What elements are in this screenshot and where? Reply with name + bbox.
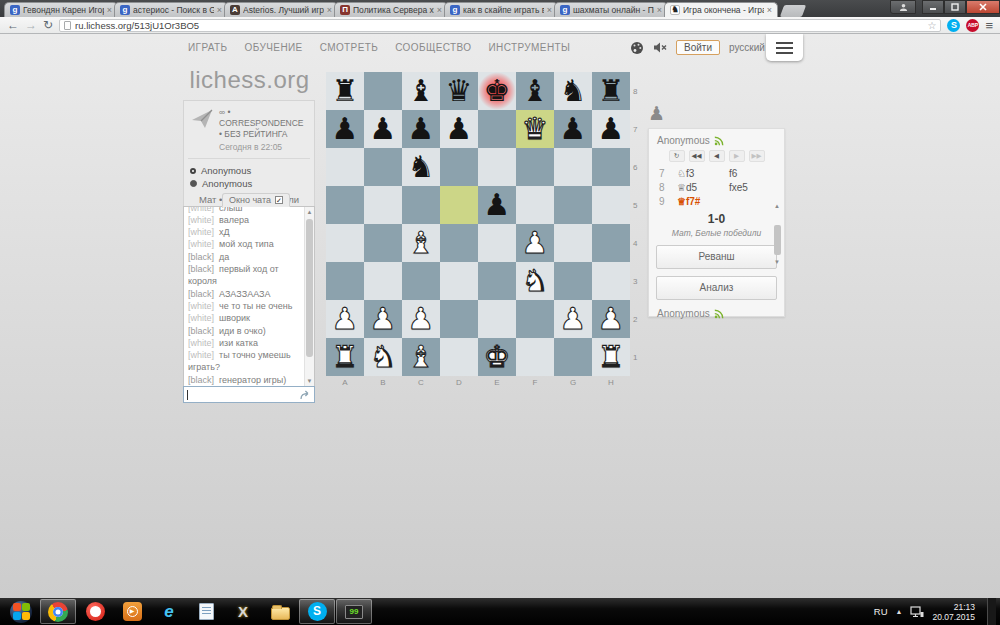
forum-favicon-icon: П bbox=[340, 5, 350, 15]
file-label: A bbox=[326, 378, 364, 387]
square-b5[interactable] bbox=[364, 186, 402, 224]
text-caret bbox=[187, 390, 188, 400]
square-f7[interactable]: ♛ bbox=[516, 110, 554, 148]
square-a6[interactable] bbox=[326, 148, 364, 186]
move-white[interactable]: ♕f7# bbox=[677, 196, 729, 207]
square-g5[interactable] bbox=[554, 186, 592, 224]
square-c5[interactable] bbox=[402, 186, 440, 224]
tab-strip: gГевондян Карен Игорев×gастериос - Поиск… bbox=[4, 2, 870, 17]
player-bottom-name[interactable]: Anonymous bbox=[657, 308, 710, 319]
white-piece-b2[interactable]: ♟ bbox=[364, 300, 402, 338]
square-c4[interactable]: ♝ bbox=[402, 224, 440, 262]
square-f8[interactable]: ♝ bbox=[516, 72, 554, 110]
square-f2[interactable] bbox=[516, 300, 554, 338]
browser-menu-icon[interactable]: ≡ bbox=[985, 19, 993, 32]
square-g8[interactable]: ♞ bbox=[554, 72, 592, 110]
chrome-taskbar-icon[interactable] bbox=[40, 599, 76, 624]
black-piece-g7[interactable]: ♟ bbox=[554, 110, 592, 148]
chat-window-tab[interactable]: Окно чата ✓ bbox=[222, 193, 290, 207]
tab-close-icon[interactable]: × bbox=[767, 6, 772, 15]
player-name[interactable]: Anonymous bbox=[202, 177, 252, 190]
player-top-name[interactable]: Anonymous bbox=[657, 135, 710, 146]
next-icon: ▶ bbox=[729, 150, 745, 162]
square-b2[interactable]: ♟ bbox=[364, 300, 402, 338]
player-row: Anonymous bbox=[190, 177, 308, 190]
chat-message: [white] мой ход типа bbox=[188, 238, 302, 250]
login-button[interactable]: Войти bbox=[676, 40, 720, 55]
square-e2[interactable] bbox=[478, 300, 516, 338]
rank-label: 4 bbox=[633, 224, 637, 262]
browser-toolbar: ← → ↻ ru.lichess.org/513jU1Or3BO5 ☆ S AB… bbox=[0, 17, 1000, 34]
square-d3[interactable] bbox=[440, 262, 478, 300]
tab-close-icon[interactable]: × bbox=[547, 6, 552, 15]
start-taskbar-icon[interactable] bbox=[3, 599, 39, 624]
square-h4[interactable] bbox=[592, 224, 630, 262]
file-label: G bbox=[554, 378, 592, 387]
flip-icon[interactable]: ↻ bbox=[669, 150, 685, 162]
back-icon[interactable]: ← bbox=[7, 19, 19, 31]
chat-message: [white] шворик bbox=[188, 312, 302, 324]
restore-icon[interactable] bbox=[944, 0, 966, 14]
skype-taskbar-icon[interactable]: S bbox=[299, 599, 335, 624]
white-piece-a2[interactable]: ♟ bbox=[326, 300, 364, 338]
square-c1[interactable]: ♝ bbox=[402, 338, 440, 376]
file-labels: ABCDEFGH bbox=[326, 378, 630, 387]
rematch-button[interactable]: Реванш bbox=[656, 245, 777, 269]
black-piece-f8[interactable]: ♝ bbox=[516, 72, 554, 110]
rank-label: 2 bbox=[633, 300, 637, 338]
google-favicon-icon: g bbox=[450, 5, 460, 15]
black-piece-h7[interactable]: ♟ bbox=[592, 110, 630, 148]
move-number: 9 bbox=[659, 196, 677, 207]
tab-title: астериос - Поиск в Goog bbox=[133, 5, 214, 15]
mediaget-taskbar-icon[interactable]: ▶ bbox=[114, 599, 150, 624]
browser-titlebar: gГевондян Карен Игорев×gастериос - Поиск… bbox=[0, 0, 1000, 17]
square-a8[interactable]: ♜ bbox=[326, 72, 364, 110]
square-f5[interactable] bbox=[516, 186, 554, 224]
black-player-pawn-icon: ♟ bbox=[648, 102, 665, 124]
white-piece-f4[interactable]: ♟ bbox=[516, 224, 554, 262]
chat-message: [white] изи катка bbox=[188, 337, 302, 349]
tab-title: Игра окончена - Играть bbox=[683, 5, 764, 15]
tray-date: 20.07.2015 bbox=[932, 612, 975, 622]
reload-icon[interactable]: ↻ bbox=[43, 19, 53, 31]
chat-message: [white] хД bbox=[188, 226, 302, 238]
square-f4[interactable]: ♟ bbox=[516, 224, 554, 262]
google-favicon-icon: g bbox=[120, 5, 130, 15]
chat-message: [black] иди в очко) bbox=[188, 325, 302, 337]
square-g7[interactable]: ♟ bbox=[554, 110, 592, 148]
chat-message-list: [black] але[white] слыш[white] валера[wh… bbox=[188, 207, 302, 386]
white-piece-h1[interactable]: ♜ bbox=[592, 338, 630, 376]
tab-close-icon[interactable]: × bbox=[217, 6, 222, 15]
square-e1[interactable]: ♚ bbox=[478, 338, 516, 376]
ie-taskbar-icon[interactable]: e bbox=[151, 599, 187, 624]
black-piece-c7[interactable]: ♟ bbox=[402, 110, 440, 148]
nav-item[interactable]: ИГРАТЬ bbox=[188, 42, 228, 53]
browser-tab[interactable]: AAsterios. Лучший игрово× bbox=[224, 2, 338, 17]
connection-icon bbox=[714, 309, 724, 319]
lichess-page: ИГРАТЬОБУЧЕНИЕСМОТРЕТЬСООБЩЕСТВОИНСТРУМЕ… bbox=[0, 34, 1000, 598]
new-tab-button[interactable] bbox=[780, 5, 806, 17]
browser-tab[interactable]: gкак в скайпе играть в иг× bbox=[444, 2, 558, 17]
opera-taskbar-icon[interactable] bbox=[77, 599, 113, 624]
square-a3[interactable] bbox=[326, 262, 364, 300]
moves-scroll-up-icon[interactable]: ▲ bbox=[774, 203, 780, 209]
analysis-button[interactable]: Анализ bbox=[656, 276, 777, 300]
white-piece-e1[interactable]: ♚ bbox=[478, 338, 516, 376]
sound-muted-icon[interactable] bbox=[653, 42, 667, 53]
square-a1[interactable]: ♜ bbox=[326, 338, 364, 376]
url-text[interactable]: ru.lichess.org/513jU1Or3BO5 bbox=[75, 20, 923, 31]
connection-icon bbox=[714, 136, 724, 146]
square-d6[interactable] bbox=[440, 148, 478, 186]
rank-label: 8 bbox=[633, 72, 637, 110]
page-icon bbox=[64, 21, 71, 30]
game-panel: Anonymous ↻◀◀◀▶▶▶ 7♘f3f68♕d5fxe59♕f7# ▲ … bbox=[648, 128, 785, 317]
square-a2[interactable]: ♟ bbox=[326, 300, 364, 338]
black-color-dot-icon bbox=[190, 180, 197, 187]
google-favicon-icon: g bbox=[10, 5, 20, 15]
black-piece-d7[interactable]: ♟ bbox=[440, 110, 478, 148]
black-piece-b7[interactable]: ♟ bbox=[364, 110, 402, 148]
nav-item[interactable]: ОБУЧЕНИЕ bbox=[245, 42, 303, 53]
square-c3[interactable] bbox=[402, 262, 440, 300]
file-label: E bbox=[478, 378, 516, 387]
fps-taskbar-icon[interactable]: 99 bbox=[336, 599, 372, 624]
screen: gГевондян Карен Игорев×gастериос - Поиск… bbox=[0, 0, 1000, 625]
browser-tab[interactable]: ППолитика Сервера х5 As× bbox=[334, 2, 448, 17]
square-e4[interactable] bbox=[478, 224, 516, 262]
tab-title: Asterios. Лучший игрово bbox=[243, 5, 324, 15]
scroll-down-icon[interactable]: ▼ bbox=[305, 378, 314, 384]
black-piece-c6[interactable]: ♞ bbox=[402, 148, 440, 186]
square-c6[interactable]: ♞ bbox=[402, 148, 440, 186]
move-number: 8 bbox=[659, 182, 677, 193]
moves-scroll-thumb[interactable] bbox=[774, 225, 781, 255]
network-icon[interactable] bbox=[910, 606, 924, 618]
file-label: D bbox=[440, 378, 478, 387]
square-h2[interactable]: ♟ bbox=[592, 300, 630, 338]
replay-controls: ↻◀◀◀▶▶▶ bbox=[649, 148, 784, 165]
square-e6[interactable] bbox=[478, 148, 516, 186]
square-h3[interactable] bbox=[592, 262, 630, 300]
chat-box: [black] але[white] слыш[white] валера[wh… bbox=[183, 206, 315, 387]
chat-message: [black] да bbox=[188, 251, 302, 263]
send-icon[interactable] bbox=[299, 389, 311, 401]
black-piece-a7[interactable]: ♟ bbox=[326, 110, 364, 148]
rank-label: 3 bbox=[633, 262, 637, 300]
rank-label: 7 bbox=[633, 110, 637, 148]
first-icon[interactable]: ◀◀ bbox=[689, 150, 705, 162]
taskbar: ▶eXS99 RU ▲ 21:13 20.07.2015 bbox=[0, 598, 1000, 625]
player-list: AnonymousAnonymous bbox=[190, 164, 308, 190]
file-label: C bbox=[402, 378, 440, 387]
chat-tab-label: Окно чата bbox=[229, 195, 271, 205]
browser-tab[interactable]: gастериос - Поиск в Goog× bbox=[114, 2, 228, 17]
square-b1[interactable]: ♞ bbox=[364, 338, 402, 376]
white-piece-c4[interactable]: ♝ bbox=[402, 224, 440, 262]
move-white[interactable]: ♘f3 bbox=[677, 168, 729, 179]
google-favicon-icon: g bbox=[560, 5, 570, 15]
taskbar-items: ▶eXS99 bbox=[3, 599, 373, 624]
rank-labels: 87654321 bbox=[633, 72, 637, 376]
square-b7[interactable]: ♟ bbox=[364, 110, 402, 148]
square-g4[interactable] bbox=[554, 224, 592, 262]
tab-close-icon[interactable]: × bbox=[107, 6, 112, 15]
black-piece-a8[interactable]: ♜ bbox=[326, 72, 364, 110]
player-row: Anonymous bbox=[190, 164, 308, 177]
correspondence-icon bbox=[190, 107, 214, 131]
move-black[interactable] bbox=[729, 196, 770, 207]
adblock-extension-icon[interactable]: ABP bbox=[966, 19, 979, 32]
square-d8[interactable]: ♛ bbox=[440, 72, 478, 110]
black-piece-h8[interactable]: ♜ bbox=[592, 72, 630, 110]
square-e8[interactable]: ♚ bbox=[478, 72, 516, 110]
square-f1[interactable] bbox=[516, 338, 554, 376]
chess-board: ♜♝♛♚♝♞♜♟♟♟♟♛♟♟♞♟♝♟♞♟♟♟♟♟♜♞♝♚♜ bbox=[326, 72, 630, 376]
square-f6[interactable] bbox=[516, 148, 554, 186]
keyboard-layout[interactable]: RU bbox=[874, 606, 888, 617]
square-e7[interactable] bbox=[478, 110, 516, 148]
bookmark-star-icon[interactable]: ☆ bbox=[927, 20, 936, 31]
square-h5[interactable] bbox=[592, 186, 630, 224]
chat-message: [black] первый ход от короля bbox=[188, 263, 302, 288]
square-g1[interactable] bbox=[554, 338, 592, 376]
chat-checkbox[interactable]: ✓ bbox=[275, 196, 283, 204]
profile-icon[interactable] bbox=[890, 0, 916, 14]
notepad-taskbar-icon[interactable] bbox=[188, 599, 224, 624]
tab-title: как в скайпе играть в иг bbox=[463, 5, 544, 15]
chat-message: [black] АЗАЗЗААЗА bbox=[188, 288, 302, 300]
show-desktop-button[interactable] bbox=[987, 598, 996, 625]
move-black[interactable]: f6 bbox=[729, 168, 770, 179]
file-label: B bbox=[364, 378, 402, 387]
square-a5[interactable] bbox=[326, 186, 364, 224]
square-h1[interactable]: ♜ bbox=[592, 338, 630, 376]
result-status: Мат, Белые победили bbox=[649, 228, 784, 238]
chat-input[interactable] bbox=[183, 386, 315, 403]
moves-scroll-down-icon[interactable]: ▼ bbox=[774, 259, 780, 265]
white-piece-g2[interactable]: ♟ bbox=[554, 300, 592, 338]
lichess-favicon-icon: ♞ bbox=[670, 5, 680, 15]
square-d4[interactable] bbox=[440, 224, 478, 262]
forward-icon[interactable]: → bbox=[25, 19, 37, 31]
skype-extension-icon[interactable]: S bbox=[947, 19, 960, 32]
square-b6[interactable] bbox=[364, 148, 402, 186]
clock[interactable]: 21:13 20.07.2015 bbox=[932, 602, 979, 622]
move-white[interactable]: ♕d5 bbox=[677, 182, 729, 193]
white-piece-h2[interactable]: ♟ bbox=[592, 300, 630, 338]
scroll-up-icon[interactable]: ▲ bbox=[305, 209, 314, 215]
panel-player-top: Anonymous bbox=[649, 129, 784, 148]
tab-title: шахматы онлайн - Пои bbox=[573, 5, 654, 15]
result-score: 1-0 bbox=[649, 212, 784, 226]
square-d1[interactable] bbox=[440, 338, 478, 376]
chat-scroll-thumb[interactable] bbox=[306, 219, 313, 357]
white-piece-c1[interactable]: ♝ bbox=[402, 338, 440, 376]
tray-time: 21:13 bbox=[932, 602, 975, 612]
square-d2[interactable] bbox=[440, 300, 478, 338]
white-piece-a1[interactable]: ♜ bbox=[326, 338, 364, 376]
game-mode: ∞ • CORRESPONDENCE • БЕЗ РЕЙТИНГА bbox=[219, 107, 308, 140]
square-e5[interactable]: ♟ bbox=[478, 186, 516, 224]
game-date: Сегодня в 22:05 bbox=[219, 142, 308, 152]
player-name[interactable]: Anonymous bbox=[201, 164, 251, 177]
square-c2[interactable]: ♟ bbox=[402, 300, 440, 338]
move-number: 7 bbox=[659, 168, 677, 179]
white-piece-f3[interactable]: ♞ bbox=[516, 262, 554, 300]
site-nav: ИГРАТЬОБУЧЕНИЕСМОТРЕТЬСООБЩЕСТВОИНСТРУМЕ… bbox=[188, 42, 570, 53]
move-black[interactable]: fxe5 bbox=[729, 182, 770, 193]
tray-expand-icon[interactable]: ▲ bbox=[896, 608, 903, 615]
square-e3[interactable] bbox=[478, 262, 516, 300]
chat-message: [black] генератор игры) bbox=[188, 374, 302, 386]
tab-close-icon[interactable]: × bbox=[437, 6, 442, 15]
browser-tab[interactable]: ♞Игра окончена - Играть× bbox=[664, 2, 778, 17]
nav-item[interactable]: ИНСТРУМЕНТЫ bbox=[488, 42, 570, 53]
file-label: H bbox=[592, 378, 630, 387]
hamburger-menu-icon[interactable] bbox=[766, 34, 803, 61]
square-g3[interactable] bbox=[554, 262, 592, 300]
prev-icon[interactable]: ◀ bbox=[709, 150, 725, 162]
chat-message: [white] ты точно умеешь играть? bbox=[188, 349, 302, 374]
nav-item[interactable]: СМОТРЕТЬ bbox=[320, 42, 379, 53]
square-b3[interactable] bbox=[364, 262, 402, 300]
square-c7[interactable]: ♟ bbox=[402, 110, 440, 148]
black-piece-c8[interactable]: ♝ bbox=[402, 72, 440, 110]
xapp-taskbar-icon[interactable]: X bbox=[225, 599, 261, 624]
square-h6[interactable] bbox=[592, 148, 630, 186]
minimize-icon[interactable] bbox=[922, 0, 944, 14]
white-piece-b1[interactable]: ♞ bbox=[364, 338, 402, 376]
chat-scrollbar[interactable]: ▲ ▼ bbox=[304, 207, 314, 386]
tab-close-icon[interactable]: × bbox=[327, 6, 332, 15]
square-h7[interactable]: ♟ bbox=[592, 110, 630, 148]
panel-player-bottom: Anonymous bbox=[649, 300, 784, 319]
square-d5[interactable] bbox=[440, 186, 478, 224]
white-piece-c2[interactable]: ♟ bbox=[402, 300, 440, 338]
square-a7[interactable]: ♟ bbox=[326, 110, 364, 148]
site-logo[interactable]: lichess.org bbox=[183, 66, 316, 94]
nav-item[interactable]: СООБЩЕСТВО bbox=[395, 42, 471, 53]
palette-icon[interactable] bbox=[630, 41, 644, 55]
square-g2[interactable]: ♟ bbox=[554, 300, 592, 338]
window-controls bbox=[890, 0, 1000, 14]
rank-label: 1 bbox=[633, 338, 637, 376]
square-c8[interactable]: ♝ bbox=[402, 72, 440, 110]
move-list: 7♘f3f68♕d5fxe59♕f7# bbox=[649, 165, 784, 207]
black-piece-e8[interactable]: ♚ bbox=[478, 72, 516, 110]
last-icon: ▶▶ bbox=[749, 150, 765, 162]
white-color-dot-icon bbox=[190, 168, 196, 174]
square-f3[interactable]: ♞ bbox=[516, 262, 554, 300]
tab-close-icon[interactable]: × bbox=[657, 6, 662, 15]
system-tray: RU ▲ 21:13 20.07.2015 bbox=[874, 598, 1000, 625]
tab-title: Гевондян Карен Игорев bbox=[23, 5, 104, 15]
chat-message: [white] слыш bbox=[188, 207, 302, 214]
chat-message: [white] че то ты не очень bbox=[188, 300, 302, 312]
square-b8[interactable] bbox=[364, 72, 402, 110]
square-b4[interactable] bbox=[364, 224, 402, 262]
chat-message: [white] валера bbox=[188, 214, 302, 226]
square-a4[interactable] bbox=[326, 224, 364, 262]
black-piece-d8[interactable]: ♛ bbox=[440, 72, 478, 110]
folder-taskbar-icon[interactable] bbox=[262, 599, 298, 624]
browser-tab[interactable]: gшахматы онлайн - Пои× bbox=[554, 2, 668, 17]
browser-tab[interactable]: gГевондян Карен Игорев× bbox=[4, 2, 118, 17]
asterios-favicon-icon: A bbox=[230, 5, 240, 15]
white-piece-f7[interactable]: ♛ bbox=[516, 110, 554, 148]
file-label: F bbox=[516, 378, 554, 387]
square-d7[interactable]: ♟ bbox=[440, 110, 478, 148]
rank-label: 6 bbox=[633, 148, 637, 186]
black-piece-g8[interactable]: ♞ bbox=[554, 72, 592, 110]
black-piece-e5[interactable]: ♟ bbox=[478, 186, 516, 224]
square-h8[interactable]: ♜ bbox=[592, 72, 630, 110]
close-icon[interactable] bbox=[966, 0, 1000, 14]
tab-title: Политика Сервера х5 As bbox=[353, 5, 434, 15]
square-g6[interactable] bbox=[554, 148, 592, 186]
address-bar[interactable]: ru.lichess.org/513jU1Or3BO5 ☆ bbox=[59, 19, 941, 32]
rank-label: 5 bbox=[633, 186, 637, 224]
